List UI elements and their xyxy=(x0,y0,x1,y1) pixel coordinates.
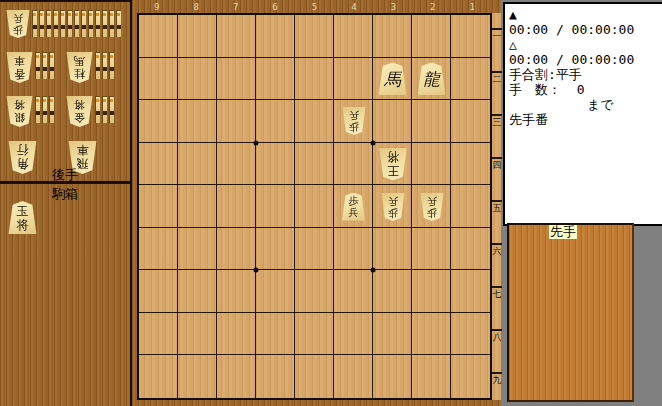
file-coordinates: 987654321 xyxy=(137,1,492,13)
board-cell[interactable] xyxy=(373,15,412,58)
rank-label: 二 xyxy=(492,71,502,85)
stack-edge xyxy=(42,96,47,123)
stack-edge xyxy=(74,10,79,37)
board-cell[interactable] xyxy=(256,228,295,271)
stack-edge xyxy=(49,96,54,123)
board-cell[interactable] xyxy=(139,313,178,356)
stack-edge xyxy=(109,52,114,79)
rank-label: 七 xyxy=(492,286,502,300)
board-cell[interactable] xyxy=(334,15,373,58)
shogi-board: 馬龍歩兵王将歩兵歩兵歩兵 xyxy=(137,13,492,400)
board-cell[interactable] xyxy=(178,270,217,313)
board-cell[interactable] xyxy=(295,185,334,228)
board-cell[interactable] xyxy=(412,270,451,313)
board-cell[interactable] xyxy=(334,270,373,313)
rank-label: 八 xyxy=(492,329,502,343)
board-cell[interactable] xyxy=(139,270,178,313)
board-cell[interactable] xyxy=(373,228,412,271)
gold-stack[interactable]: 金将 xyxy=(66,96,114,127)
stack-edge xyxy=(39,10,44,37)
hoshi-dot xyxy=(371,268,376,273)
board-cell[interactable] xyxy=(217,143,256,186)
move-count-line: 手 数： 0 xyxy=(509,82,658,97)
file-label: 2 xyxy=(413,1,452,13)
board-cell[interactable] xyxy=(451,100,490,143)
board-cell[interactable] xyxy=(412,100,451,143)
board-cell[interactable] xyxy=(451,185,490,228)
pawn-stack-front[interactable]: 歩兵 xyxy=(6,10,30,38)
stack-edge xyxy=(109,10,114,37)
board-cell[interactable] xyxy=(451,355,490,398)
board-cell[interactable] xyxy=(217,355,256,398)
sente-clock: 00:00 / 00:00:00 xyxy=(509,22,658,37)
board-cell[interactable] xyxy=(256,185,295,228)
gote-captured-tray: 歩兵香車桂馬銀将金将角行飛車 後手 xyxy=(0,0,130,184)
stack-edge xyxy=(95,52,100,79)
board-cell[interactable] xyxy=(178,100,217,143)
stack-edge xyxy=(95,96,100,123)
rank-label: 五 xyxy=(492,200,502,214)
board-cell[interactable] xyxy=(178,15,217,58)
file-label: 3 xyxy=(374,1,413,13)
jeweled-king[interactable]: 玉将 xyxy=(8,201,37,234)
stack-edge xyxy=(35,96,40,123)
stack-edge xyxy=(109,96,114,123)
board-cell[interactable] xyxy=(295,58,334,101)
shogi-editor-window: 歩兵香車桂馬銀将金将角行飛車 後手 駒箱 玉将 987654321 馬龍歩兵王将… xyxy=(0,0,662,406)
board-cell[interactable] xyxy=(217,100,256,143)
stack-edge xyxy=(53,10,58,37)
board-cell[interactable] xyxy=(139,15,178,58)
board-cell[interactable] xyxy=(139,355,178,398)
rank-label: 一 xyxy=(492,28,502,42)
board-cell[interactable] xyxy=(373,270,412,313)
board-cell[interactable] xyxy=(178,355,217,398)
board-cell[interactable] xyxy=(178,228,217,271)
stack-edge xyxy=(102,52,107,79)
board-cell[interactable] xyxy=(256,143,295,186)
board-cell[interactable] xyxy=(139,228,178,271)
board-cell[interactable] xyxy=(412,143,451,186)
board-cell[interactable] xyxy=(295,228,334,271)
stack-edge xyxy=(60,10,65,37)
board-cell[interactable] xyxy=(178,143,217,186)
rank-coordinates: 一二三四五六七八九 xyxy=(492,13,502,400)
lance-stack-front[interactable]: 香車 xyxy=(6,52,33,83)
board-cell[interactable] xyxy=(412,313,451,356)
board-cell[interactable] xyxy=(178,313,217,356)
board-cell[interactable] xyxy=(451,143,490,186)
board-cell[interactable] xyxy=(139,58,178,101)
board-cell[interactable] xyxy=(412,355,451,398)
board-cell[interactable] xyxy=(373,100,412,143)
rank-label: 四 xyxy=(492,157,502,171)
board-cell[interactable] xyxy=(256,270,295,313)
board-cell[interactable] xyxy=(256,313,295,356)
board-cell[interactable] xyxy=(295,143,334,186)
board-cell[interactable] xyxy=(217,313,256,356)
board-cell[interactable] xyxy=(256,100,295,143)
rank-label: 九 xyxy=(492,372,502,386)
file-label: 4 xyxy=(334,1,373,13)
lance-stack[interactable]: 香車 xyxy=(6,52,54,83)
stack-edge xyxy=(102,96,107,123)
piece-box: 駒箱 玉将 xyxy=(0,187,130,406)
board-cell[interactable] xyxy=(412,15,451,58)
stack-edge xyxy=(102,10,107,37)
file-label: 6 xyxy=(255,1,294,13)
board-cell[interactable] xyxy=(256,58,295,101)
file-label: 9 xyxy=(137,1,176,13)
board-cell[interactable] xyxy=(451,313,490,356)
turn-line: 先手番 xyxy=(509,112,658,127)
hoshi-dot xyxy=(371,140,376,145)
sente-label: 先手 xyxy=(549,225,577,239)
board-cell[interactable] xyxy=(295,270,334,313)
rank-label: 三 xyxy=(492,114,502,128)
board-cell[interactable] xyxy=(217,185,256,228)
rank-label: 六 xyxy=(492,243,502,257)
board-cell[interactable] xyxy=(217,228,256,271)
file-label: 7 xyxy=(216,1,255,13)
pawn-stack[interactable]: 歩兵 xyxy=(6,10,121,38)
board-cell[interactable] xyxy=(295,15,334,58)
gote-clock: 00:00 / 00:00:00 xyxy=(509,52,658,67)
hoshi-dot xyxy=(254,268,259,273)
knight-stack-front[interactable]: 桂馬 xyxy=(66,52,93,83)
stack-edge xyxy=(49,52,54,79)
board-cell[interactable] xyxy=(373,313,412,356)
board-cell[interactable] xyxy=(334,313,373,356)
gold-stack-front[interactable]: 金将 xyxy=(66,96,93,127)
piece-box-king[interactable]: 玉将 xyxy=(8,201,37,234)
board-frame: 987654321 馬龍歩兵王将歩兵歩兵歩兵 一二三四五六七八九 xyxy=(132,0,501,406)
gote-mark-icon: △ xyxy=(509,37,658,52)
board-cell[interactable] xyxy=(373,355,412,398)
sente-captured-tray: 先手 xyxy=(507,223,634,402)
file-label: 5 xyxy=(295,1,334,13)
hoshi-dot xyxy=(254,140,259,145)
board-cell[interactable] xyxy=(295,313,334,356)
stack-edge xyxy=(42,52,47,79)
gote-label: 後手 xyxy=(0,168,130,182)
game-info-panel: ▲ 00:00 / 00:00:00 △ 00:00 / 00:00:00 手合… xyxy=(503,2,662,226)
sente-mark-icon: ▲ xyxy=(509,7,658,22)
board-cell[interactable] xyxy=(412,228,451,271)
stack-edge xyxy=(95,10,100,37)
board-cell[interactable] xyxy=(139,143,178,186)
board-cell[interactable] xyxy=(451,270,490,313)
board-cell[interactable] xyxy=(295,100,334,143)
file-label: 8 xyxy=(176,1,215,13)
board-cell[interactable] xyxy=(334,355,373,398)
board-cell[interactable] xyxy=(334,143,373,186)
made-line: まで xyxy=(509,97,658,112)
stack-edge xyxy=(32,10,37,37)
board-cell[interactable] xyxy=(256,355,295,398)
board-cell[interactable] xyxy=(139,185,178,228)
board-cell[interactable] xyxy=(217,15,256,58)
knight-stack[interactable]: 桂馬 xyxy=(66,52,114,83)
board-cell[interactable] xyxy=(295,355,334,398)
board-cell[interactable] xyxy=(178,58,217,101)
board-cell[interactable] xyxy=(334,228,373,271)
board-cell[interactable] xyxy=(451,15,490,58)
stack-edge xyxy=(46,10,51,37)
stack-edge xyxy=(88,10,93,37)
piece-box-label: 駒箱 xyxy=(0,187,130,201)
board-cell[interactable] xyxy=(451,228,490,271)
board-cell[interactable] xyxy=(451,58,490,101)
stack-edge xyxy=(67,10,72,37)
board-cell[interactable] xyxy=(217,58,256,101)
board-cell[interactable] xyxy=(334,58,373,101)
left-panel: 歩兵香車桂馬銀将金将角行飛車 後手 駒箱 玉将 xyxy=(0,0,132,406)
board-cell[interactable] xyxy=(139,100,178,143)
silver-stack[interactable]: 銀将 xyxy=(6,96,54,127)
silver-stack-front[interactable]: 銀将 xyxy=(6,96,33,127)
board-cell[interactable] xyxy=(178,185,217,228)
stack-edge xyxy=(81,10,86,37)
handicap-line: 手合割:平手 xyxy=(509,67,658,82)
board-cell[interactable] xyxy=(256,15,295,58)
board-cell[interactable] xyxy=(217,270,256,313)
stack-edge xyxy=(116,10,121,37)
stack-edge xyxy=(35,52,40,79)
file-label: 1 xyxy=(453,1,492,13)
